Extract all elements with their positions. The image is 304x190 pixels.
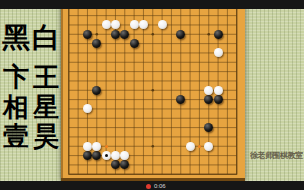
black-player-name: 卞相壹 xyxy=(2,63,30,152)
black-stone xyxy=(83,30,92,39)
white-stone xyxy=(214,86,223,95)
black-stone xyxy=(214,95,223,104)
white-player-name: 王星昊 xyxy=(32,63,60,152)
orange-marker xyxy=(198,145,201,148)
black-label: 黑 xyxy=(2,22,30,54)
black-stone xyxy=(92,86,101,95)
white-stone xyxy=(204,86,213,95)
white-stone xyxy=(92,142,101,151)
black-stone xyxy=(120,30,129,39)
white-stone xyxy=(204,142,213,151)
record-indicator-icon xyxy=(146,184,151,189)
channel-watermark: 徐老师围棋教室 xyxy=(250,151,304,160)
black-stone xyxy=(83,151,92,160)
bottom-player-bar[interactable] xyxy=(0,181,304,190)
go-board xyxy=(61,0,245,181)
last-move-dot xyxy=(105,154,108,157)
black-stone xyxy=(176,30,185,39)
white-stone xyxy=(102,151,111,160)
video-frame: 黑 卞相壹 白 王星昊 徐老师围棋教室 0:06 xyxy=(0,0,304,190)
white-stone xyxy=(186,142,195,151)
video-time: 0:06 xyxy=(154,183,166,190)
white-label: 白 xyxy=(32,22,60,54)
white-stone xyxy=(83,142,92,151)
board-left-edge xyxy=(61,0,63,181)
black-stone xyxy=(130,39,139,48)
black-stone xyxy=(214,30,223,39)
white-stone xyxy=(214,48,223,57)
black-stone xyxy=(111,30,120,39)
top-letterbox-bar xyxy=(0,0,304,9)
orange-marker xyxy=(105,145,108,148)
white-stone xyxy=(111,151,120,160)
